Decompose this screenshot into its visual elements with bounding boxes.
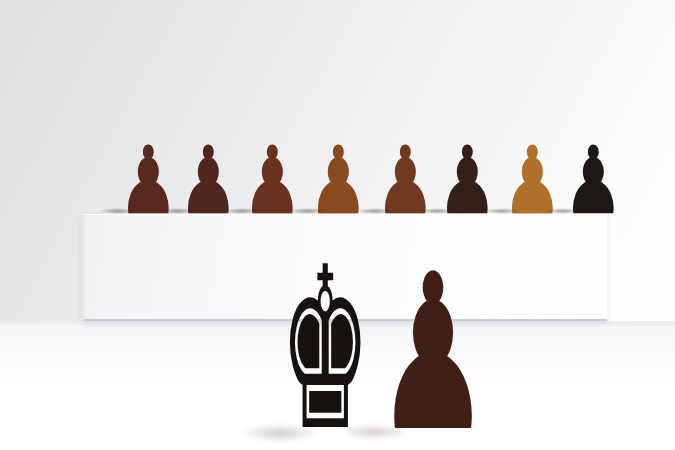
pawn-contact-shadow	[483, 208, 521, 214]
pawn-contact-shadow	[99, 208, 137, 214]
king-reflection	[240, 424, 320, 442]
pawn-contact-shadow	[418, 208, 456, 214]
pawn-contact-shadow	[544, 208, 582, 214]
pawn-reflection	[340, 424, 410, 440]
pawn-contact-shadow	[356, 208, 394, 214]
pawn-contact-shadow	[223, 208, 261, 214]
pawn-contact-shadow	[289, 208, 327, 214]
pawn-contact-shadow	[159, 208, 197, 214]
chess-photo-scene: ♟ ♟ ♟ ♟ ♟ ♟ ♟ ♟ ♚ ♟	[0, 0, 675, 450]
